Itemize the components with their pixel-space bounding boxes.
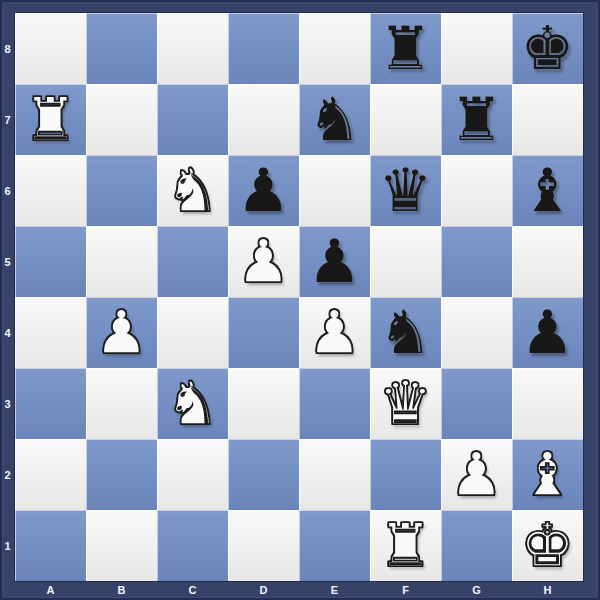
rank-label-2: 2 — [0, 439, 15, 510]
black-rook-g7[interactable]: ♜ — [450, 84, 504, 155]
square-d8[interactable] — [228, 13, 299, 84]
square-f2[interactable] — [370, 439, 441, 510]
square-e6[interactable] — [299, 155, 370, 226]
square-a4[interactable] — [15, 297, 86, 368]
square-g3[interactable] — [441, 368, 512, 439]
square-c7[interactable] — [157, 84, 228, 155]
square-a1[interactable] — [15, 510, 86, 581]
square-c2[interactable] — [157, 439, 228, 510]
file-label-g: G — [441, 581, 512, 600]
rank-label-1: 1 — [0, 510, 15, 581]
black-knight-f4[interactable]: ♞ — [379, 297, 433, 368]
square-d5[interactable]: ♟ — [228, 226, 299, 297]
rank-label-5: 5 — [0, 226, 15, 297]
black-pawn-e5[interactable]: ♟ — [308, 226, 362, 297]
square-a5[interactable] — [15, 226, 86, 297]
square-e1[interactable] — [299, 510, 370, 581]
black-pawn-h4[interactable]: ♟ — [521, 297, 575, 368]
square-h7[interactable] — [512, 84, 583, 155]
file-label-a: A — [15, 581, 86, 600]
black-bishop-h6[interactable]: ♝ — [521, 155, 575, 226]
square-h3[interactable] — [512, 368, 583, 439]
square-c5[interactable] — [157, 226, 228, 297]
file-label-e: E — [299, 581, 370, 600]
rank-label-4: 4 — [0, 297, 15, 368]
rank-label-3: 3 — [0, 368, 15, 439]
rank-label-6: 6 — [0, 155, 15, 226]
white-rook-a7[interactable]: ♜ — [24, 84, 78, 155]
square-g5[interactable] — [441, 226, 512, 297]
square-a6[interactable] — [15, 155, 86, 226]
square-g2[interactable]: ♟ — [441, 439, 512, 510]
file-label-d: D — [228, 581, 299, 600]
square-d4[interactable] — [228, 297, 299, 368]
square-g6[interactable] — [441, 155, 512, 226]
square-d7[interactable] — [228, 84, 299, 155]
white-knight-c3[interactable]: ♞ — [166, 368, 220, 439]
white-queen-f3[interactable]: ♛ — [379, 368, 433, 439]
square-a7[interactable]: ♜ — [15, 84, 86, 155]
white-pawn-b4[interactable]: ♟ — [95, 297, 149, 368]
square-f6[interactable]: ♛ — [370, 155, 441, 226]
square-d3[interactable] — [228, 368, 299, 439]
square-e3[interactable] — [299, 368, 370, 439]
square-c4[interactable] — [157, 297, 228, 368]
file-labels: ABCDEFGH — [15, 581, 583, 600]
square-g8[interactable] — [441, 13, 512, 84]
square-f5[interactable] — [370, 226, 441, 297]
square-c3[interactable]: ♞ — [157, 368, 228, 439]
square-f3[interactable]: ♛ — [370, 368, 441, 439]
square-c8[interactable] — [157, 13, 228, 84]
square-e4[interactable]: ♟ — [299, 297, 370, 368]
square-e2[interactable] — [299, 439, 370, 510]
square-f7[interactable] — [370, 84, 441, 155]
square-h4[interactable]: ♟ — [512, 297, 583, 368]
square-e5[interactable]: ♟ — [299, 226, 370, 297]
square-g4[interactable] — [441, 297, 512, 368]
white-king-h1[interactable]: ♚ — [521, 510, 575, 581]
black-pawn-d6[interactable]: ♟ — [237, 155, 291, 226]
file-label-c: C — [157, 581, 228, 600]
file-label-f: F — [370, 581, 441, 600]
square-g1[interactable] — [441, 510, 512, 581]
square-e7[interactable]: ♞ — [299, 84, 370, 155]
square-g7[interactable]: ♜ — [441, 84, 512, 155]
square-b4[interactable]: ♟ — [86, 297, 157, 368]
square-c6[interactable]: ♞ — [157, 155, 228, 226]
square-f8[interactable]: ♜ — [370, 13, 441, 84]
square-a8[interactable] — [15, 13, 86, 84]
square-d1[interactable] — [228, 510, 299, 581]
white-knight-c6[interactable]: ♞ — [166, 155, 220, 226]
rank-label-7: 7 — [0, 84, 15, 155]
square-b8[interactable] — [86, 13, 157, 84]
square-b7[interactable] — [86, 84, 157, 155]
square-a3[interactable] — [15, 368, 86, 439]
white-rook-f1[interactable]: ♜ — [379, 510, 433, 581]
square-b1[interactable] — [86, 510, 157, 581]
rank-labels: 87654321 — [0, 13, 15, 581]
square-d6[interactable]: ♟ — [228, 155, 299, 226]
black-knight-e7[interactable]: ♞ — [308, 84, 362, 155]
black-queen-f6[interactable]: ♛ — [379, 155, 433, 226]
chess-board[interactable]: ♜♚♜♞♜♞♟♛♝♟♟♟♟♞♟♞♛♟♝♜♚ — [15, 13, 583, 581]
white-bishop-h2[interactable]: ♝ — [521, 439, 575, 510]
square-f1[interactable]: ♜ — [370, 510, 441, 581]
square-d2[interactable] — [228, 439, 299, 510]
square-b2[interactable] — [86, 439, 157, 510]
white-pawn-g2[interactable]: ♟ — [450, 439, 504, 510]
square-h5[interactable] — [512, 226, 583, 297]
chess-board-frame: 87654321 ♜♚♜♞♜♞♟♛♝♟♟♟♟♞♟♞♛♟♝♜♚ ABCDEFGH — [0, 0, 600, 600]
black-rook-f8[interactable]: ♜ — [379, 13, 433, 84]
square-c1[interactable] — [157, 510, 228, 581]
square-b3[interactable] — [86, 368, 157, 439]
square-h8[interactable]: ♚ — [512, 13, 583, 84]
file-label-h: H — [512, 581, 583, 600]
square-h1[interactable]: ♚ — [512, 510, 583, 581]
black-king-h8[interactable]: ♚ — [521, 13, 575, 84]
file-label-b: B — [86, 581, 157, 600]
square-a2[interactable] — [15, 439, 86, 510]
square-h2[interactable]: ♝ — [512, 439, 583, 510]
square-b5[interactable] — [86, 226, 157, 297]
square-f4[interactable]: ♞ — [370, 297, 441, 368]
white-pawn-e4[interactable]: ♟ — [308, 297, 362, 368]
square-e8[interactable] — [299, 13, 370, 84]
square-b6[interactable] — [86, 155, 157, 226]
rank-label-8: 8 — [0, 13, 15, 84]
square-h6[interactable]: ♝ — [512, 155, 583, 226]
white-pawn-d5[interactable]: ♟ — [237, 226, 291, 297]
